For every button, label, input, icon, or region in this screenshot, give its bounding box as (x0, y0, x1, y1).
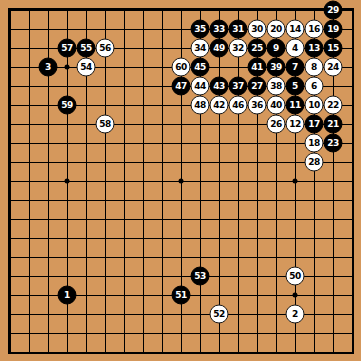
black-stone-19-S18[interactable]: 19 (324, 20, 343, 39)
white-stone-10-R14[interactable]: 10 (305, 96, 324, 115)
black-stone-11-Q14[interactable]: 11 (286, 96, 305, 115)
black-stone-49-M17[interactable]: 49 (210, 39, 229, 58)
white-stone-50-Q5[interactable]: 50 (286, 267, 305, 286)
white-stone-44-L15[interactable]: 44 (191, 77, 210, 96)
black-stone-17-R13[interactable]: 17 (305, 115, 324, 134)
black-stone-23-S12[interactable]: 23 (324, 134, 343, 153)
black-stone-27-O15[interactable]: 27 (248, 77, 267, 96)
white-stone-46-N14[interactable]: 46 (229, 96, 248, 115)
white-stone-16-R18[interactable]: 16 (305, 20, 324, 39)
white-stone-20-P18[interactable]: 20 (267, 20, 286, 39)
go-board[interactable]: 1234567891011121314151617181920212223242… (0, 0, 361, 361)
white-stone-34-L17[interactable]: 34 (191, 39, 210, 58)
star-point-D10 (65, 179, 70, 184)
white-stone-14-Q18[interactable]: 14 (286, 20, 305, 39)
black-stone-3-C16[interactable]: 3 (39, 58, 58, 77)
white-stone-4-Q17[interactable]: 4 (286, 39, 305, 58)
white-stone-2-Q3[interactable]: 2 (286, 305, 305, 324)
white-stone-24-S16[interactable]: 24 (324, 58, 343, 77)
black-stone-1-D4[interactable]: 1 (58, 286, 77, 305)
black-stone-59-D14[interactable]: 59 (58, 96, 77, 115)
white-stone-32-N17[interactable]: 32 (229, 39, 248, 58)
white-stone-48-L14[interactable]: 48 (191, 96, 210, 115)
white-stone-52-M3[interactable]: 52 (210, 305, 229, 324)
star-point-D16 (65, 65, 70, 70)
white-stone-38-P15[interactable]: 38 (267, 77, 286, 96)
white-stone-30-O18[interactable]: 30 (248, 20, 267, 39)
white-stone-56-F17[interactable]: 56 (96, 39, 115, 58)
black-stone-51-K4[interactable]: 51 (172, 286, 191, 305)
black-stone-21-S13[interactable]: 21 (324, 115, 343, 134)
white-stone-22-S14[interactable]: 22 (324, 96, 343, 115)
black-stone-25-O17[interactable]: 25 (248, 39, 267, 58)
white-stone-8-R16[interactable]: 8 (305, 58, 324, 77)
black-stone-31-N18[interactable]: 31 (229, 20, 248, 39)
white-stone-36-O14[interactable]: 36 (248, 96, 267, 115)
white-stone-12-Q13[interactable]: 12 (286, 115, 305, 134)
black-stone-5-Q15[interactable]: 5 (286, 77, 305, 96)
white-stone-28-R11[interactable]: 28 (305, 153, 324, 172)
black-stone-47-K15[interactable]: 47 (172, 77, 191, 96)
white-stone-40-P14[interactable]: 40 (267, 96, 286, 115)
black-stone-29-S19[interactable]: 29 (324, 1, 343, 20)
black-stone-39-P16[interactable]: 39 (267, 58, 286, 77)
white-stone-26-P13[interactable]: 26 (267, 115, 286, 134)
black-stone-55-E17[interactable]: 55 (77, 39, 96, 58)
black-stone-37-N15[interactable]: 37 (229, 77, 248, 96)
black-stone-35-L18[interactable]: 35 (191, 20, 210, 39)
black-stone-15-S17[interactable]: 15 (324, 39, 343, 58)
black-stone-43-M15[interactable]: 43 (210, 77, 229, 96)
star-point-Q4 (293, 293, 298, 298)
white-stone-60-K16[interactable]: 60 (172, 58, 191, 77)
white-stone-42-M14[interactable]: 42 (210, 96, 229, 115)
star-point-K10 (179, 179, 184, 184)
black-stone-57-D17[interactable]: 57 (58, 39, 77, 58)
black-stone-45-L16[interactable]: 45 (191, 58, 210, 77)
black-stone-9-P17[interactable]: 9 (267, 39, 286, 58)
black-stone-41-O16[interactable]: 41 (248, 58, 267, 77)
white-stone-6-R15[interactable]: 6 (305, 77, 324, 96)
black-stone-13-R17[interactable]: 13 (305, 39, 324, 58)
black-stone-33-M18[interactable]: 33 (210, 20, 229, 39)
star-point-Q10 (293, 179, 298, 184)
white-stone-58-F13[interactable]: 58 (96, 115, 115, 134)
white-stone-18-R12[interactable]: 18 (305, 134, 324, 153)
white-stone-54-E16[interactable]: 54 (77, 58, 96, 77)
black-stone-53-L5[interactable]: 53 (191, 267, 210, 286)
black-stone-7-Q16[interactable]: 7 (286, 58, 305, 77)
